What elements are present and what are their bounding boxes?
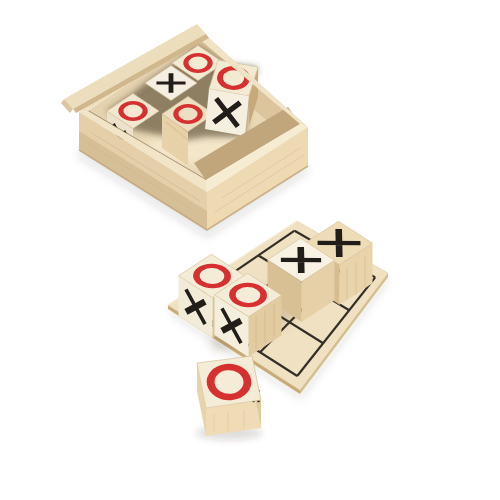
photo-canvas [0, 0, 500, 500]
product-photo-scene: O O X X [0, 0, 500, 500]
storage-box [61, 24, 308, 230]
loose-cube [197, 356, 261, 436]
